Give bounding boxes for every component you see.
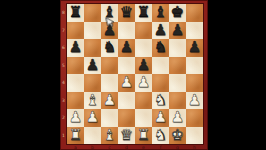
piece-white-knight[interactable]: ♞ xyxy=(152,127,169,145)
square-f8[interactable]: ♝ xyxy=(152,4,169,22)
piece-white-pawn[interactable]: ♟ xyxy=(135,74,152,92)
piece-white-king[interactable]: ♚ xyxy=(169,127,186,145)
square-b3[interactable]: ♝ xyxy=(84,92,101,110)
square-a4[interactable] xyxy=(67,74,84,92)
file-label: e xyxy=(135,144,152,150)
file-labels: abcdefgh xyxy=(67,144,203,150)
piece-black-pawn[interactable]: ♟ xyxy=(67,39,84,57)
piece-black-pawn[interactable]: ♟ xyxy=(84,57,101,75)
square-c6[interactable]: ♞ xyxy=(101,39,118,57)
piece-black-bishop[interactable]: ♝ xyxy=(152,4,169,22)
rank-label: 5 xyxy=(60,57,67,75)
square-h8[interactable] xyxy=(186,4,203,22)
letterbox-left xyxy=(0,0,60,150)
square-e4[interactable]: ♟ xyxy=(135,74,152,92)
square-g4[interactable] xyxy=(169,74,186,92)
piece-white-bishop[interactable]: ♝ xyxy=(84,92,101,110)
rank-label: 1 xyxy=(60,127,67,145)
file-label: a xyxy=(67,144,84,150)
square-f2[interactable]: ♟ xyxy=(152,109,169,127)
square-e6[interactable] xyxy=(135,39,152,57)
square-a1[interactable]: ♜ xyxy=(67,127,84,145)
piece-white-knight[interactable]: ♞ xyxy=(152,92,169,110)
square-f5[interactable] xyxy=(152,57,169,75)
chessboard[interactable]: ♜♝♛♜♝♚♟♟♟♟♞♟♞♟♟♟♟♟♝♟♞♟♟♟♟♟♜♝♛♜♞♚ xyxy=(67,4,203,144)
letterbox-right xyxy=(208,0,266,150)
file-label: b xyxy=(84,144,101,150)
piece-white-pawn[interactable]: ♟ xyxy=(169,109,186,127)
square-g2[interactable]: ♟ xyxy=(169,109,186,127)
rank-label: 4 xyxy=(60,74,67,92)
square-b7[interactable] xyxy=(84,22,101,40)
piece-white-pawn[interactable]: ♟ xyxy=(67,109,84,127)
square-e2[interactable] xyxy=(135,109,152,127)
piece-white-pawn[interactable]: ♟ xyxy=(101,92,118,110)
square-h2[interactable] xyxy=(186,109,203,127)
file-label: f xyxy=(152,144,169,150)
rank-label: 6 xyxy=(60,39,67,57)
square-a5[interactable] xyxy=(67,57,84,75)
square-a3[interactable] xyxy=(67,92,84,110)
square-g8[interactable]: ♚ xyxy=(169,4,186,22)
square-d6[interactable]: ♟ xyxy=(118,39,135,57)
piece-black-pawn[interactable]: ♟ xyxy=(169,22,186,40)
square-a7[interactable] xyxy=(67,22,84,40)
piece-black-pawn[interactable]: ♟ xyxy=(118,39,135,57)
piece-white-pawn[interactable]: ♟ xyxy=(186,92,203,110)
chessboard-frame: 87654321 abcdefgh ♜♝♛♜♝♚♟♟♟♟♞♟♞♟♟♟♟♟♝♟♞♟… xyxy=(60,0,208,150)
square-d1[interactable]: ♛ xyxy=(118,127,135,145)
piece-black-king[interactable]: ♚ xyxy=(169,4,186,22)
square-e3[interactable] xyxy=(135,92,152,110)
rank-labels: 87654321 xyxy=(60,4,67,144)
square-f7[interactable]: ♟ xyxy=(152,22,169,40)
square-c1[interactable]: ♝ xyxy=(101,127,118,145)
square-h1[interactable] xyxy=(186,127,203,145)
square-b1[interactable] xyxy=(84,127,101,145)
rank-label: 7 xyxy=(60,22,67,40)
rank-label: 3 xyxy=(60,92,67,110)
square-g5[interactable] xyxy=(169,57,186,75)
video-frame: 87654321 abcdefgh ♜♝♛♜♝♚♟♟♟♟♞♟♞♟♟♟♟♟♝♟♞♟… xyxy=(0,0,266,150)
square-e5[interactable]: ♟ xyxy=(135,57,152,75)
piece-black-rook[interactable]: ♜ xyxy=(135,4,152,22)
square-d5[interactable] xyxy=(118,57,135,75)
piece-black-pawn[interactable]: ♟ xyxy=(135,57,152,75)
piece-black-queen[interactable]: ♛ xyxy=(118,4,135,22)
square-g7[interactable]: ♟ xyxy=(169,22,186,40)
file-label: h xyxy=(186,144,203,150)
square-h6[interactable]: ♟ xyxy=(186,39,203,57)
square-h7[interactable] xyxy=(186,22,203,40)
piece-white-queen[interactable]: ♛ xyxy=(118,127,135,145)
square-a8[interactable]: ♜ xyxy=(67,4,84,22)
square-d2[interactable] xyxy=(118,109,135,127)
square-g3[interactable] xyxy=(169,92,186,110)
square-b8[interactable] xyxy=(84,4,101,22)
piece-white-pawn[interactable]: ♟ xyxy=(118,74,135,92)
square-f1[interactable]: ♞ xyxy=(152,127,169,145)
square-d3[interactable] xyxy=(118,92,135,110)
square-h3[interactable]: ♟ xyxy=(186,92,203,110)
square-b6[interactable] xyxy=(84,39,101,57)
file-label: g xyxy=(169,144,186,150)
piece-black-pawn[interactable]: ♟ xyxy=(186,39,203,57)
piece-white-pawn[interactable]: ♟ xyxy=(152,109,169,127)
square-h4[interactable] xyxy=(186,74,203,92)
piece-white-rook[interactable]: ♜ xyxy=(67,127,84,145)
square-f6[interactable]: ♞ xyxy=(152,39,169,57)
square-a2[interactable]: ♟ xyxy=(67,109,84,127)
square-c5[interactable] xyxy=(101,57,118,75)
square-d8[interactable]: ♛ xyxy=(118,4,135,22)
piece-white-rook[interactable]: ♜ xyxy=(135,127,152,145)
piece-black-pawn[interactable]: ♟ xyxy=(152,22,169,40)
square-f4[interactable] xyxy=(152,74,169,92)
square-c4[interactable] xyxy=(101,74,118,92)
square-b5[interactable]: ♟ xyxy=(84,57,101,75)
square-b2[interactable]: ♟ xyxy=(84,109,101,127)
piece-white-pawn[interactable]: ♟ xyxy=(84,109,101,127)
file-label: d xyxy=(118,144,135,150)
piece-black-rook[interactable]: ♜ xyxy=(67,4,84,22)
square-d7[interactable] xyxy=(118,22,135,40)
square-a6[interactable]: ♟ xyxy=(67,39,84,57)
square-e8[interactable]: ♜ xyxy=(135,4,152,22)
rank-label: 8 xyxy=(60,4,67,22)
rank-label: 2 xyxy=(60,109,67,127)
piece-black-knight[interactable]: ♞ xyxy=(101,39,118,57)
square-d4[interactable]: ♟ xyxy=(118,74,135,92)
square-c3[interactable]: ♟ xyxy=(101,92,118,110)
square-e1[interactable]: ♜ xyxy=(135,127,152,145)
square-h5[interactable] xyxy=(186,57,203,75)
piece-black-knight[interactable]: ♞ xyxy=(152,39,169,57)
square-g6[interactable] xyxy=(169,39,186,57)
piece-white-bishop[interactable]: ♝ xyxy=(101,127,118,145)
square-e7[interactable] xyxy=(135,22,152,40)
square-b4[interactable] xyxy=(84,74,101,92)
square-g1[interactable]: ♚ xyxy=(169,127,186,145)
square-c2[interactable] xyxy=(101,109,118,127)
square-f3[interactable]: ♞ xyxy=(152,92,169,110)
file-label: c xyxy=(101,144,118,150)
